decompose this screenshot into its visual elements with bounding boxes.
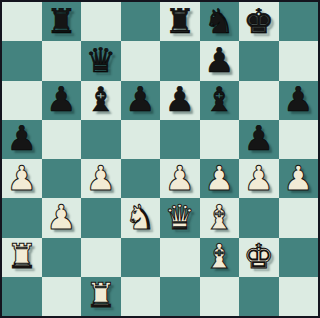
square-f4[interactable]: ♟ <box>200 159 240 198</box>
square-c8[interactable] <box>81 2 121 41</box>
square-g4[interactable]: ♟ <box>239 159 279 198</box>
square-c3[interactable] <box>81 198 121 237</box>
black-pawn-a5[interactable]: ♟ <box>7 121 37 155</box>
square-d8[interactable] <box>121 2 161 41</box>
square-h8[interactable] <box>279 2 319 41</box>
black-bishop-c6[interactable]: ♝ <box>86 82 116 116</box>
black-knight-f8[interactable]: ♞ <box>204 4 234 38</box>
white-pawn-b3[interactable]: ♟ <box>46 200 76 234</box>
black-pawn-b6[interactable]: ♟ <box>46 82 76 116</box>
black-pawn-d6[interactable]: ♟ <box>125 82 155 116</box>
square-a4[interactable]: ♟ <box>2 159 42 198</box>
square-d4[interactable] <box>121 159 161 198</box>
square-h1[interactable] <box>279 277 319 316</box>
square-h7[interactable] <box>279 41 319 80</box>
black-king-g8[interactable]: ♚ <box>244 4 274 38</box>
chess-board: ♜♜♞♚♛♟♟♝♟♟♝♟♟♟♟♟♟♟♟♟♟♞♛♝♜♝♚♜ <box>2 2 318 316</box>
square-g6[interactable] <box>239 81 279 120</box>
black-rook-b8[interactable]: ♜ <box>46 4 76 38</box>
square-b4[interactable] <box>42 159 82 198</box>
white-pawn-h4[interactable]: ♟ <box>283 161 313 195</box>
white-bishop-f3[interactable]: ♝ <box>204 200 234 234</box>
square-a6[interactable] <box>2 81 42 120</box>
white-pawn-f4[interactable]: ♟ <box>204 161 234 195</box>
square-a2[interactable]: ♜ <box>2 238 42 277</box>
white-pawn-g4[interactable]: ♟ <box>244 161 274 195</box>
black-rook-e8[interactable]: ♜ <box>165 4 195 38</box>
square-f6[interactable]: ♝ <box>200 81 240 120</box>
square-d2[interactable] <box>121 238 161 277</box>
black-pawn-h6[interactable]: ♟ <box>283 82 313 116</box>
square-d1[interactable] <box>121 277 161 316</box>
white-queen-e3[interactable]: ♛ <box>165 200 195 234</box>
white-bishop-f2[interactable]: ♝ <box>204 239 234 273</box>
square-e1[interactable] <box>160 277 200 316</box>
square-g5[interactable]: ♟ <box>239 120 279 159</box>
square-c4[interactable]: ♟ <box>81 159 121 198</box>
square-a3[interactable] <box>2 198 42 237</box>
black-bishop-f6[interactable]: ♝ <box>204 82 234 116</box>
white-king-g2[interactable]: ♚ <box>244 239 274 273</box>
square-f1[interactable] <box>200 277 240 316</box>
square-c7[interactable]: ♛ <box>81 41 121 80</box>
square-d6[interactable]: ♟ <box>121 81 161 120</box>
square-e3[interactable]: ♛ <box>160 198 200 237</box>
square-a8[interactable] <box>2 2 42 41</box>
black-pawn-e6[interactable]: ♟ <box>165 82 195 116</box>
square-d5[interactable] <box>121 120 161 159</box>
square-d7[interactable] <box>121 41 161 80</box>
square-h4[interactable]: ♟ <box>279 159 319 198</box>
white-pawn-a4[interactable]: ♟ <box>7 161 37 195</box>
square-a5[interactable]: ♟ <box>2 120 42 159</box>
square-b6[interactable]: ♟ <box>42 81 82 120</box>
square-a7[interactable] <box>2 41 42 80</box>
square-f8[interactable]: ♞ <box>200 2 240 41</box>
square-f7[interactable]: ♟ <box>200 41 240 80</box>
square-f3[interactable]: ♝ <box>200 198 240 237</box>
white-knight-d3[interactable]: ♞ <box>125 200 155 234</box>
black-pawn-f7[interactable]: ♟ <box>204 43 234 77</box>
square-b3[interactable]: ♟ <box>42 198 82 237</box>
square-g7[interactable] <box>239 41 279 80</box>
square-c5[interactable] <box>81 120 121 159</box>
square-h3[interactable] <box>279 198 319 237</box>
square-g3[interactable] <box>239 198 279 237</box>
square-e5[interactable] <box>160 120 200 159</box>
black-pawn-g5[interactable]: ♟ <box>244 121 274 155</box>
square-e4[interactable]: ♟ <box>160 159 200 198</box>
square-e2[interactable] <box>160 238 200 277</box>
square-g1[interactable] <box>239 277 279 316</box>
chess-board-frame: ♜♜♞♚♛♟♟♝♟♟♝♟♟♟♟♟♟♟♟♟♟♞♛♝♜♝♚♜ <box>0 0 320 318</box>
square-f2[interactable]: ♝ <box>200 238 240 277</box>
black-queen-c7[interactable]: ♛ <box>86 43 116 77</box>
square-a1[interactable] <box>2 277 42 316</box>
white-pawn-c4[interactable]: ♟ <box>86 161 116 195</box>
square-b5[interactable] <box>42 120 82 159</box>
square-b1[interactable] <box>42 277 82 316</box>
square-b8[interactable]: ♜ <box>42 2 82 41</box>
white-pawn-e4[interactable]: ♟ <box>165 161 195 195</box>
square-c1[interactable]: ♜ <box>81 277 121 316</box>
square-d3[interactable]: ♞ <box>121 198 161 237</box>
square-g8[interactable]: ♚ <box>239 2 279 41</box>
white-rook-c1[interactable]: ♜ <box>86 278 116 312</box>
square-e8[interactable]: ♜ <box>160 2 200 41</box>
square-c2[interactable] <box>81 238 121 277</box>
square-h5[interactable] <box>279 120 319 159</box>
square-b7[interactable] <box>42 41 82 80</box>
square-b2[interactable] <box>42 238 82 277</box>
square-c6[interactable]: ♝ <box>81 81 121 120</box>
square-h2[interactable] <box>279 238 319 277</box>
white-rook-a2[interactable]: ♜ <box>7 239 37 273</box>
square-g2[interactable]: ♚ <box>239 238 279 277</box>
square-f5[interactable] <box>200 120 240 159</box>
square-e7[interactable] <box>160 41 200 80</box>
square-e6[interactable]: ♟ <box>160 81 200 120</box>
square-h6[interactable]: ♟ <box>279 81 319 120</box>
